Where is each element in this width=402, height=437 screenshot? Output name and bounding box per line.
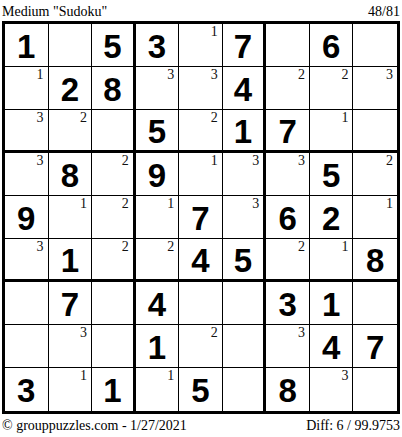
pencil-mark: 1 <box>37 68 44 83</box>
cell-r6c9: 8 <box>353 239 397 282</box>
given-digit: 7 <box>234 28 252 63</box>
given-digit: 5 <box>148 113 166 148</box>
given-digit: 2 <box>61 71 79 106</box>
cell-r2c4[interactable]: 3 <box>136 67 180 110</box>
given-digit: 1 <box>61 242 79 277</box>
given-digit: 1 <box>234 113 252 148</box>
cell-r3c7: 7 <box>266 110 310 153</box>
pencil-mark: 2 <box>211 326 218 341</box>
cell-r8c3[interactable] <box>92 325 136 368</box>
pencil-mark: 3 <box>37 111 44 126</box>
cell-r1c2[interactable] <box>49 24 93 67</box>
cell-r8c2[interactable]: 3 <box>49 325 93 368</box>
pencil-mark: 3 <box>341 369 348 384</box>
cell-r2c5[interactable]: 3 <box>179 67 223 110</box>
cell-r2c9[interactable]: 3 <box>353 67 397 110</box>
pencil-mark: 1 <box>80 197 87 212</box>
cell-r5c2[interactable]: 1 <box>49 196 93 239</box>
footer: © grouppuzzles.com - 1/27/2021 Diff: 6 /… <box>0 414 402 434</box>
copyright-text: © grouppuzzles.com - 1/27/2021 <box>2 418 187 434</box>
cell-r7c4: 4 <box>136 282 180 325</box>
pencil-mark: 3 <box>167 68 174 83</box>
pencil-mark: 1 <box>167 369 174 384</box>
cell-r9c6[interactable] <box>223 368 267 411</box>
cell-r8c5[interactable]: 2 <box>179 325 223 368</box>
cell-r6c4[interactable]: 2 <box>136 239 180 282</box>
pencil-mark: 2 <box>80 111 87 126</box>
cell-r3c6: 1 <box>223 110 267 153</box>
pencil-mark: 1 <box>211 154 218 169</box>
cell-r1c7[interactable] <box>266 24 310 67</box>
difficulty-text: Diff: 6 / 99.9753 <box>306 418 400 434</box>
pencil-mark: 2 <box>167 240 174 255</box>
cell-r4c1[interactable]: 3 <box>5 153 49 196</box>
pencil-mark: 3 <box>386 68 393 83</box>
cell-r6c2: 1 <box>49 239 93 282</box>
cell-r9c4[interactable]: 1 <box>136 368 180 411</box>
cell-r2c2: 2 <box>49 67 93 110</box>
pencil-mark: 3 <box>211 68 218 83</box>
cell-r4c7[interactable]: 3 <box>266 153 310 196</box>
given-digit: 1 <box>103 372 121 407</box>
pencil-mark: 2 <box>122 240 129 255</box>
pencil-mark: 2 <box>341 68 348 83</box>
cell-r2c6: 4 <box>223 67 267 110</box>
cell-r6c6: 5 <box>223 239 267 282</box>
pencil-mark: 3 <box>298 154 305 169</box>
cell-r9c5: 5 <box>179 368 223 411</box>
cell-r3c8[interactable]: 1 <box>310 110 354 153</box>
cell-r3c4: 5 <box>136 110 180 153</box>
pencil-mark: 3 <box>80 326 87 341</box>
given-digit: 6 <box>278 200 296 235</box>
given-digit: 6 <box>322 28 340 63</box>
cell-r8c8: 4 <box>310 325 354 368</box>
cell-r4c6[interactable]: 3 <box>223 153 267 196</box>
pencil-mark: 2 <box>386 154 393 169</box>
given-digit: 1 <box>322 286 340 321</box>
cell-r6c7[interactable]: 2 <box>266 239 310 282</box>
cell-r9c3: 1 <box>92 368 136 411</box>
cell-r6c3[interactable]: 2 <box>92 239 136 282</box>
cell-r9c8[interactable]: 3 <box>310 368 354 411</box>
given-digit: 3 <box>17 372 35 407</box>
cell-r5c6[interactable]: 3 <box>223 196 267 239</box>
pencil-mark: 1 <box>80 369 87 384</box>
cell-r1c1: 1 <box>5 24 49 67</box>
cell-r2c3: 8 <box>92 67 136 110</box>
cell-r3c1[interactable]: 3 <box>5 110 49 153</box>
cell-r1c6: 7 <box>223 24 267 67</box>
header: Medium "Sudoku" 48/81 <box>0 0 402 20</box>
given-digit: 1 <box>17 28 35 63</box>
pencil-mark: 3 <box>298 326 305 341</box>
cell-r1c5[interactable]: 1 <box>179 24 223 67</box>
cell-r7c3[interactable] <box>92 282 136 325</box>
cell-r3c9[interactable] <box>353 110 397 153</box>
cell-r2c8[interactable]: 2 <box>310 67 354 110</box>
given-digit: 3 <box>148 28 166 63</box>
cell-r2c7[interactable]: 2 <box>266 67 310 110</box>
cells-remaining-counter: 48/81 <box>368 4 400 20</box>
cell-r5c4[interactable]: 1 <box>136 196 180 239</box>
pencil-mark: 3 <box>252 197 259 212</box>
pencil-mark: 1 <box>386 197 393 212</box>
cell-r7c5[interactable] <box>179 282 223 325</box>
cell-r5c1: 9 <box>5 196 49 239</box>
cell-r4c2: 8 <box>49 153 93 196</box>
pencil-mark: 2 <box>122 154 129 169</box>
given-digit: 4 <box>322 329 340 364</box>
cell-r7c9[interactable] <box>353 282 397 325</box>
pencil-mark: 2 <box>211 111 218 126</box>
cell-r1c9[interactable] <box>353 24 397 67</box>
cell-r8c6[interactable] <box>223 325 267 368</box>
cell-r8c7[interactable]: 3 <box>266 325 310 368</box>
cell-r8c1[interactable] <box>5 325 49 368</box>
given-digit: 8 <box>61 157 79 192</box>
given-digit: 2 <box>322 200 340 235</box>
cell-r7c6[interactable] <box>223 282 267 325</box>
pencil-mark: 3 <box>252 154 259 169</box>
cell-r5c3[interactable]: 2 <box>92 196 136 239</box>
cell-r7c7: 3 <box>266 282 310 325</box>
cell-r5c7: 6 <box>266 196 310 239</box>
pencil-mark: 3 <box>37 240 44 255</box>
given-digit: 4 <box>148 286 166 321</box>
given-digit: 7 <box>366 329 384 364</box>
cell-r3c3[interactable] <box>92 110 136 153</box>
cell-r9c9[interactable] <box>353 368 397 411</box>
cell-r9c1: 3 <box>5 368 49 411</box>
given-digit: 4 <box>191 242 209 277</box>
cell-r6c1[interactable]: 3 <box>5 239 49 282</box>
given-digit: 9 <box>17 200 35 235</box>
cell-r9c2[interactable]: 1 <box>49 368 93 411</box>
given-digit: 8 <box>103 71 121 106</box>
cell-r6c5: 4 <box>179 239 223 282</box>
cell-r1c4: 3 <box>136 24 180 67</box>
cell-r1c8: 6 <box>310 24 354 67</box>
given-digit: 9 <box>148 157 166 192</box>
given-digit: 8 <box>278 372 296 407</box>
cell-r4c4: 9 <box>136 153 180 196</box>
sudoku-board: 1531761283342233252171382913352912173621… <box>2 21 400 414</box>
cell-r2c1[interactable]: 1 <box>5 67 49 110</box>
pencil-mark: 1 <box>211 25 218 40</box>
cell-r3c5[interactable]: 2 <box>179 110 223 153</box>
given-digit: 5 <box>191 372 209 407</box>
pencil-mark: 1 <box>167 197 174 212</box>
cell-r8c9: 7 <box>353 325 397 368</box>
pencil-mark: 2 <box>298 240 305 255</box>
cell-r4c5[interactable]: 1 <box>179 153 223 196</box>
puzzle-title: Medium "Sudoku" <box>2 4 107 20</box>
cell-r7c2: 7 <box>49 282 93 325</box>
cell-r8c4: 1 <box>136 325 180 368</box>
given-digit: 5 <box>234 242 252 277</box>
pencil-mark: 1 <box>341 111 348 126</box>
cell-r4c8: 5 <box>310 153 354 196</box>
given-digit: 3 <box>278 286 296 321</box>
pencil-mark: 2 <box>122 197 129 212</box>
cell-r1c3: 5 <box>92 24 136 67</box>
cell-r7c8: 1 <box>310 282 354 325</box>
cell-r3c2[interactable]: 2 <box>49 110 93 153</box>
given-digit: 7 <box>191 200 209 235</box>
given-digit: 5 <box>103 28 121 63</box>
given-digit: 5 <box>322 157 340 192</box>
cell-r6c8[interactable]: 1 <box>310 239 354 282</box>
pencil-mark: 3 <box>37 154 44 169</box>
pencil-mark: 1 <box>341 240 348 255</box>
given-digit: 1 <box>148 329 166 364</box>
cell-r5c9[interactable]: 1 <box>353 196 397 239</box>
cell-r5c5: 7 <box>179 196 223 239</box>
given-digit: 4 <box>234 71 252 106</box>
cell-r5c8: 2 <box>310 196 354 239</box>
given-digit: 8 <box>366 242 384 277</box>
cell-r9c7: 8 <box>266 368 310 411</box>
given-digit: 7 <box>61 286 79 321</box>
cell-r4c9[interactable]: 2 <box>353 153 397 196</box>
pencil-mark: 2 <box>298 68 305 83</box>
cell-r7c1[interactable] <box>5 282 49 325</box>
given-digit: 7 <box>278 113 296 148</box>
cell-r4c3[interactable]: 2 <box>92 153 136 196</box>
